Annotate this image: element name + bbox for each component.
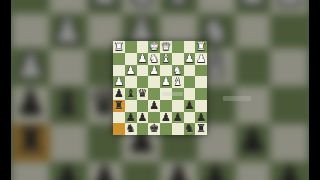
watermark-smudge <box>162 92 183 96</box>
square-g4 <box>49 49 86 86</box>
square-d1[interactable]: ♛ <box>160 41 172 53</box>
square-h8[interactable] <box>113 123 125 135</box>
square-a6 <box>271 123 308 160</box>
white-pawn: ♟ <box>89 0 120 12</box>
square-a4[interactable] <box>195 76 207 88</box>
square-g3: ♟ <box>49 12 86 49</box>
letterbox-right <box>309 0 320 180</box>
square-b5[interactable] <box>184 88 196 100</box>
square-d6[interactable] <box>160 100 172 112</box>
square-h6: ♜ <box>12 123 49 160</box>
white-knight: ♞ <box>126 0 157 12</box>
square-a5 <box>271 86 308 123</box>
black-pawn[interactable]: ♟ <box>196 112 206 124</box>
square-e8[interactable]: ♚ <box>148 123 160 135</box>
white-queen[interactable]: ♛ <box>161 41 171 53</box>
square-b7[interactable] <box>184 112 196 124</box>
square-a2[interactable]: ♟ <box>195 53 207 65</box>
square-h3[interactable] <box>113 65 125 77</box>
square-a1[interactable]: ♜ <box>195 41 207 53</box>
white-pawn: ♟ <box>15 49 46 86</box>
chess-board: ♜♚♛♜♟♞♝♟♟♟♟♞♟♟♝♟♝♛♜♟♟♟♟♟♟♟♞♚♞♜ <box>113 41 207 135</box>
white-bishop: ♝ <box>163 0 194 12</box>
black-pawn: ♟ <box>52 160 83 180</box>
square-a6[interactable] <box>195 100 207 112</box>
square-d8[interactable] <box>160 123 172 135</box>
black-pawn[interactable]: ♟ <box>184 100 194 112</box>
square-g4[interactable] <box>125 76 137 88</box>
square-d3[interactable] <box>160 65 172 77</box>
square-b7 <box>234 160 271 180</box>
black-pawn[interactable]: ♟ <box>114 88 124 100</box>
square-c2[interactable] <box>172 53 184 65</box>
square-b3[interactable] <box>184 65 196 77</box>
black-knight[interactable]: ♞ <box>126 123 136 135</box>
square-e6[interactable]: ♟ <box>148 100 160 112</box>
white-pawn: ♟ <box>274 0 305 12</box>
white-pawn[interactable]: ♟ <box>137 53 147 65</box>
square-a3[interactable] <box>195 65 207 77</box>
square-a7: ♟ <box>271 160 308 180</box>
square-a8[interactable]: ♜ <box>195 123 207 135</box>
black-pawn: ♟ <box>200 160 231 180</box>
square-h7 <box>12 160 49 180</box>
watermark-smudge <box>223 96 251 101</box>
square-g2[interactable] <box>125 53 137 65</box>
white-pawn: ♟ <box>52 12 83 49</box>
white-bishop[interactable]: ♝ <box>173 76 183 88</box>
square-d4[interactable]: ♟ <box>160 76 172 88</box>
square-f2: ♟ <box>86 0 123 12</box>
black-pawn[interactable]: ♟ <box>173 112 183 124</box>
square-b6[interactable]: ♟ <box>184 100 196 112</box>
black-rook[interactable]: ♜ <box>114 100 124 112</box>
white-pawn[interactable]: ♟ <box>184 53 194 65</box>
square-h7[interactable] <box>113 112 125 124</box>
square-e2: ♞ <box>123 0 160 12</box>
square-g1[interactable] <box>125 41 137 53</box>
square-a5[interactable] <box>195 88 207 100</box>
square-e1[interactable]: ♚ <box>148 41 160 53</box>
square-e2[interactable]: ♞ <box>148 53 160 65</box>
square-h2[interactable] <box>113 53 125 65</box>
square-h4: ♟ <box>12 49 49 86</box>
square-g5[interactable]: ♝ <box>125 88 137 100</box>
square-c2 <box>197 0 234 12</box>
square-b5 <box>234 86 271 123</box>
white-king[interactable]: ♚ <box>149 41 159 53</box>
white-rook[interactable]: ♜ <box>114 41 124 53</box>
square-f7[interactable]: ♟ <box>137 112 149 124</box>
square-d7: ♟ <box>160 160 197 180</box>
square-f5[interactable]: ♛ <box>137 88 149 100</box>
white-pawn[interactable]: ♟ <box>126 65 136 77</box>
black-king[interactable]: ♚ <box>149 123 159 135</box>
square-b3 <box>234 12 271 49</box>
square-d2: ♝ <box>160 0 197 12</box>
square-f3[interactable] <box>137 65 149 77</box>
letterbox-left <box>0 0 11 180</box>
square-b4[interactable] <box>184 76 196 88</box>
square-h5: ♟ <box>12 86 49 123</box>
square-c6[interactable] <box>172 100 184 112</box>
square-h1[interactable]: ♜ <box>113 41 125 53</box>
square-a4 <box>271 49 308 86</box>
square-f4[interactable] <box>137 76 149 88</box>
square-c4[interactable]: ♝ <box>172 76 184 88</box>
square-c1[interactable] <box>172 41 184 53</box>
square-h5[interactable]: ♟ <box>113 88 125 100</box>
square-d2[interactable]: ♝ <box>160 53 172 65</box>
square-b6: ♟ <box>234 123 271 160</box>
square-f8[interactable] <box>137 123 149 135</box>
square-b4 <box>234 49 271 86</box>
square-h3 <box>12 12 49 49</box>
square-h2 <box>12 0 49 12</box>
square-h4[interactable]: ♟ <box>113 76 125 88</box>
square-g2 <box>49 0 86 12</box>
black-pawn: ♟ <box>15 86 46 123</box>
square-g6 <box>49 123 86 160</box>
black-pawn[interactable]: ♟ <box>149 100 159 112</box>
square-g5: ♝ <box>49 86 86 123</box>
white-pawn[interactable]: ♟ <box>114 76 124 88</box>
black-pawn[interactable]: ♟ <box>161 112 171 124</box>
square-e7[interactable] <box>148 112 160 124</box>
white-pawn[interactable]: ♟ <box>149 65 159 77</box>
square-g7[interactable]: ♟ <box>125 112 137 124</box>
black-rook[interactable]: ♜ <box>196 123 206 135</box>
white-rook[interactable]: ♜ <box>196 41 206 53</box>
square-b2[interactable]: ♟ <box>184 53 196 65</box>
square-h6[interactable]: ♜ <box>113 100 125 112</box>
square-g8[interactable]: ♞ <box>125 123 137 135</box>
square-g3[interactable]: ♟ <box>125 65 137 77</box>
black-bishop[interactable]: ♝ <box>126 88 136 100</box>
white-pawn[interactable]: ♟ <box>161 76 171 88</box>
black-bishop: ♝ <box>52 86 83 123</box>
black-rook: ♜ <box>15 123 46 160</box>
black-pawn: ♟ <box>274 160 305 180</box>
square-c3[interactable]: ♞ <box>172 65 184 77</box>
square-f7: ♟ <box>86 160 123 180</box>
square-e7 <box>123 160 160 180</box>
square-e3[interactable]: ♟ <box>148 65 160 77</box>
black-queen[interactable]: ♛ <box>137 88 147 100</box>
white-knight[interactable]: ♞ <box>149 53 159 65</box>
square-e4[interactable] <box>148 76 160 88</box>
white-pawn: ♟ <box>237 0 268 12</box>
white-pawn[interactable]: ♟ <box>196 53 206 65</box>
black-pawn: ♟ <box>237 123 268 160</box>
square-g7: ♟ <box>49 160 86 180</box>
black-pawn: ♟ <box>163 160 194 180</box>
square-c8[interactable] <box>172 123 184 135</box>
square-f6[interactable] <box>137 100 149 112</box>
black-pawn: ♟ <box>89 160 120 180</box>
square-c7[interactable]: ♟ <box>172 112 184 124</box>
square-a3 <box>271 12 308 49</box>
square-g6[interactable] <box>125 100 137 112</box>
square-a2: ♟ <box>271 0 308 12</box>
square-b8[interactable]: ♞ <box>184 123 196 135</box>
square-f2[interactable]: ♟ <box>137 53 149 65</box>
black-pawn[interactable]: ♟ <box>126 112 136 124</box>
white-bishop[interactable]: ♝ <box>161 53 171 65</box>
square-a7[interactable]: ♟ <box>195 112 207 124</box>
square-e5[interactable] <box>148 88 160 100</box>
black-pawn[interactable]: ♟ <box>137 112 147 124</box>
square-f1[interactable] <box>137 41 149 53</box>
square-b1[interactable] <box>184 41 196 53</box>
video-frame: ♜♚♛♜♟♞♝♟♟♟♟♞♟♟♝♟♝♛♜♟♟♟♟♟♟♟♞♚♞♜ ♜♚♛♜♟♞♝♟♟… <box>0 0 320 180</box>
square-c7: ♟ <box>197 160 234 180</box>
square-b2: ♟ <box>234 0 271 12</box>
black-knight[interactable]: ♞ <box>184 123 194 135</box>
square-d7[interactable]: ♟ <box>160 112 172 124</box>
white-knight[interactable]: ♞ <box>173 65 183 77</box>
